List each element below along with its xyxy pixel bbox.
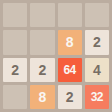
tile-2-r3c1: 2 bbox=[3, 58, 27, 82]
2048-board[interactable]: 82226448232 bbox=[0, 0, 112, 112]
tile-2-r4c3: 2 bbox=[58, 85, 82, 109]
tile-32-r4c4: 32 bbox=[85, 85, 109, 109]
empty-cell-r1c1 bbox=[3, 3, 27, 27]
empty-cell-r1c4 bbox=[85, 3, 109, 27]
tile-8-r2c3: 8 bbox=[58, 30, 82, 54]
empty-cell-r4c1 bbox=[3, 85, 27, 109]
empty-cell-r2c2 bbox=[30, 30, 54, 54]
empty-cell-r1c2 bbox=[30, 3, 54, 27]
tile-64-r3c3: 64 bbox=[58, 58, 82, 82]
empty-cell-r2c1 bbox=[3, 30, 27, 54]
tile-2-r2c4: 2 bbox=[85, 30, 109, 54]
empty-cell-r1c3 bbox=[58, 3, 82, 27]
tile-4-r3c4: 4 bbox=[85, 58, 109, 82]
tile-8-r4c2: 8 bbox=[30, 85, 54, 109]
tile-2-r3c2: 2 bbox=[30, 58, 54, 82]
